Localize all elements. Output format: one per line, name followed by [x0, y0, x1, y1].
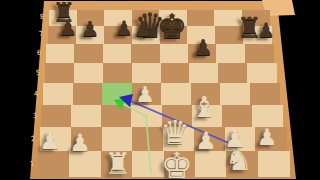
white-pawn-b2[interactable]: ♟ [64, 131, 96, 155]
square-g5[interactable] [218, 63, 247, 83]
square-f5[interactable] [189, 63, 218, 83]
black-pawn-d7[interactable]: ♟ [129, 19, 158, 40]
square-e6[interactable] [160, 44, 189, 63]
square-d5[interactable] [132, 63, 161, 83]
square-h4[interactable] [250, 83, 280, 105]
rank-label-6: 6 [37, 50, 42, 57]
square-c3[interactable] [101, 105, 132, 127]
highlight-square-c4[interactable] [102, 83, 132, 105]
black-pawn-b7[interactable]: ♟ [76, 19, 105, 40]
rank-label-4: 4 [34, 91, 39, 98]
rank-label-8: 8 [40, 14, 45, 21]
square-d6[interactable] [131, 44, 160, 63]
white-pawn-a2[interactable]: ♟ [34, 129, 66, 153]
square-b5[interactable] [74, 63, 103, 83]
black-pawn-h7[interactable]: ♟ [252, 20, 280, 40]
square-a6[interactable] [46, 44, 75, 63]
square-g6[interactable] [216, 44, 245, 63]
square-c5[interactable] [103, 63, 132, 83]
square-a4[interactable] [43, 83, 73, 105]
rank-label-3: 3 [33, 113, 38, 120]
square-g3[interactable] [222, 105, 253, 127]
square-a5[interactable] [45, 63, 74, 83]
square-e5[interactable] [161, 63, 190, 83]
square-a3[interactable] [41, 105, 72, 127]
white-pawn-f2[interactable]: ♟ [190, 129, 222, 153]
chess-app-screenshot: 87654321 ♜♛♚♜♟♟♟♟♟♟♟♝♛♚♜♞♟♟♟♟♟ [0, 0, 320, 180]
square-g4[interactable] [220, 83, 250, 105]
white-pawn-h2[interactable]: ♟ [252, 126, 283, 149]
square-h6[interactable] [245, 44, 274, 63]
square-h1[interactable] [258, 151, 290, 177]
rank-label-5: 5 [36, 70, 41, 77]
square-b3[interactable] [71, 105, 102, 127]
white-pawn-d4[interactable]: ♟ [130, 84, 160, 106]
square-b6[interactable] [74, 44, 103, 63]
white-pawn-g2[interactable]: ♟ [219, 127, 251, 151]
square-h5[interactable] [247, 63, 276, 83]
rank-label-1: 1 [30, 161, 35, 168]
square-b4[interactable] [73, 83, 103, 105]
square-c6[interactable] [103, 44, 132, 63]
white-rook-c1[interactable]: ♜ [99, 149, 137, 179]
rank-label-7: 7 [39, 31, 44, 38]
black-pawn-f6[interactable]: ♟ [188, 37, 218, 59]
